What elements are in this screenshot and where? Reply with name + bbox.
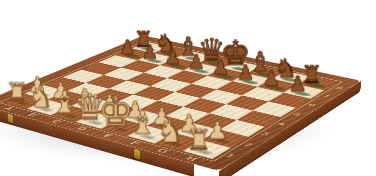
file-label-g: G	[156, 147, 171, 153]
file-label-b: B	[26, 112, 40, 117]
black-pawn-g7: ♟	[262, 68, 281, 89]
file-label-a: A	[2, 106, 15, 111]
white-rook-a1: ♜	[5, 79, 28, 105]
white-rook-h1: ♜	[186, 125, 212, 154]
black-pawn-c7: ♟	[164, 48, 182, 68]
rank-label-3: 3	[260, 132, 271, 137]
brass-latch-icon	[134, 148, 141, 159]
rank-label-2: 2	[243, 142, 254, 147]
file-label-e: E	[101, 133, 115, 139]
black-pawn-h7: ♟	[288, 74, 307, 95]
rank-label-4: 4	[276, 122, 287, 127]
rank-label-5: 5	[291, 112, 301, 116]
black-pawn-a7: ♟	[119, 38, 136, 57]
black-pawn-f7: ♟	[236, 63, 254, 84]
chess-set-photo: ♜♞♝♛♚♝♞♜♟♟♟♟♟♟♟♟♟♟♟♟♟♟♟♟♜♞♝♛♚♝♞♜ A B C D…	[0, 0, 376, 176]
black-pawn-e7: ♟	[211, 58, 229, 78]
rank-label-7: 7	[321, 94, 331, 98]
brass-latch-icon	[7, 113, 13, 123]
black-pawn-d7: ♟	[187, 53, 205, 73]
white-knight-b1: ♞	[28, 83, 53, 111]
rank-label-1: 1	[225, 153, 237, 158]
white-knight-g1: ♞	[156, 116, 184, 147]
file-label-h: H	[184, 155, 200, 162]
file-label-c: C	[50, 119, 64, 124]
rank-label-6: 6	[306, 103, 316, 107]
file-label-f: F	[128, 140, 142, 146]
rank-label-8: 8	[334, 86, 344, 90]
file-label-d: D	[75, 126, 89, 132]
black-pawn-b7: ♟	[141, 43, 158, 62]
white-bishop-f1: ♝	[129, 108, 157, 139]
